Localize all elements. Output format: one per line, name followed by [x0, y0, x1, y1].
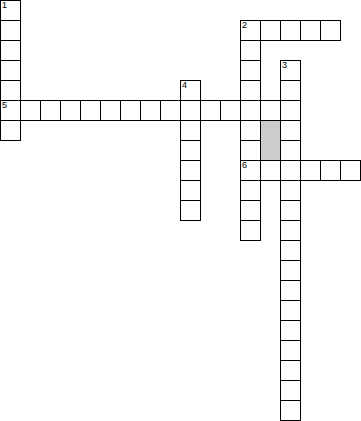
crossword-cell[interactable] — [220, 100, 241, 121]
crossword-cell[interactable] — [240, 180, 261, 201]
crossword-cell[interactable] — [240, 220, 261, 241]
crossword-cell[interactable] — [280, 140, 301, 161]
crossword-cell[interactable] — [80, 100, 101, 121]
crossword-cell[interactable] — [40, 100, 61, 121]
crossword-cell[interactable] — [180, 160, 201, 181]
crossword-cell[interactable] — [180, 80, 201, 101]
crossword-cell[interactable] — [0, 0, 21, 21]
crossword-cell[interactable] — [0, 20, 21, 41]
crossword-cell[interactable] — [320, 20, 341, 41]
crossword-cell[interactable] — [180, 180, 201, 201]
crossword-cell[interactable] — [260, 160, 281, 181]
crossword-cell[interactable] — [140, 100, 161, 121]
crossword-cell[interactable] — [180, 100, 201, 121]
crossword-cell[interactable] — [280, 260, 301, 281]
crossword-cell[interactable] — [240, 80, 261, 101]
crossword-cell[interactable] — [280, 160, 301, 181]
crossword-cell[interactable] — [280, 280, 301, 301]
crossword-cell[interactable] — [180, 200, 201, 221]
crossword-cell[interactable] — [0, 60, 21, 81]
crossword-cell[interactable] — [280, 340, 301, 361]
crossword-cell[interactable] — [280, 400, 301, 421]
crossword-cell[interactable] — [240, 120, 261, 141]
crossword-cell[interactable] — [280, 20, 301, 41]
crossword-cell[interactable] — [180, 120, 201, 141]
crossword-cell[interactable] — [0, 120, 21, 141]
crossword-cell[interactable] — [0, 40, 21, 61]
crossword-cell[interactable] — [260, 100, 281, 121]
crossword-cell[interactable] — [280, 100, 301, 121]
crossword-cell[interactable] — [0, 80, 21, 101]
crossword-cell[interactable] — [0, 100, 21, 121]
crossword-cell[interactable] — [20, 100, 41, 121]
crossword-cell[interactable] — [260, 20, 281, 41]
crossword-cell[interactable] — [200, 100, 221, 121]
crossword-cell[interactable] — [280, 60, 301, 81]
crossword-board: 123456 — [0, 0, 361, 421]
crossword-cell[interactable] — [100, 100, 121, 121]
crossword-cell[interactable] — [180, 140, 201, 161]
crossword-cell[interactable] — [280, 300, 301, 321]
crossword-cell[interactable] — [160, 100, 181, 121]
crossword-cell[interactable] — [280, 120, 301, 141]
crossword-cell[interactable] — [280, 360, 301, 381]
crossword-cell[interactable] — [340, 160, 361, 181]
crossword-cell[interactable] — [300, 20, 321, 41]
crossword-cell[interactable] — [280, 80, 301, 101]
crossword-cell[interactable] — [320, 160, 341, 181]
crossword-cell[interactable] — [280, 180, 301, 201]
crossword-cell[interactable] — [240, 160, 261, 181]
crossword-cell[interactable] — [240, 40, 261, 61]
crossword-cell[interactable] — [280, 200, 301, 221]
crossword-cell[interactable] — [280, 220, 301, 241]
crossword-cell[interactable] — [240, 140, 261, 161]
crossword-cell[interactable] — [300, 160, 321, 181]
crossword-cell[interactable] — [60, 100, 81, 121]
shaded-block — [260, 120, 281, 161]
crossword-cell[interactable] — [240, 200, 261, 221]
crossword-cell[interactable] — [120, 100, 141, 121]
crossword-cell[interactable] — [280, 320, 301, 341]
crossword-cell[interactable] — [280, 380, 301, 401]
crossword-cell[interactable] — [240, 100, 261, 121]
crossword-cell[interactable] — [240, 60, 261, 81]
crossword-cell[interactable] — [240, 20, 261, 41]
crossword-cell[interactable] — [280, 240, 301, 261]
